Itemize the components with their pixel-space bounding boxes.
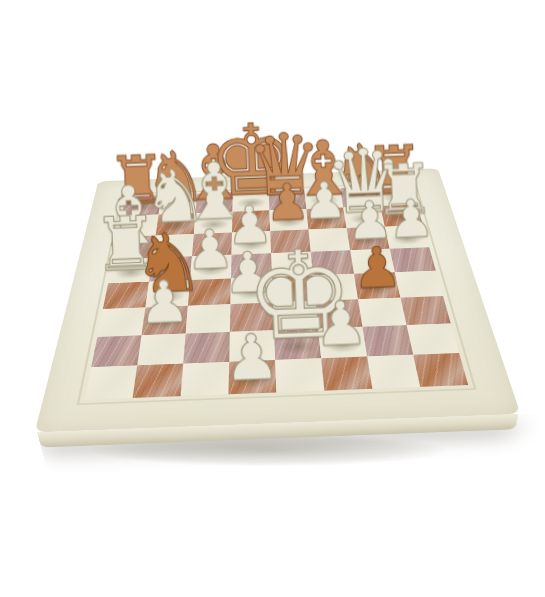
- square-f1: [321, 356, 372, 390]
- square-h3: [401, 296, 451, 325]
- square-d1: ♟: [228, 360, 276, 394]
- square-h1: [413, 353, 468, 387]
- square-b1: [133, 364, 184, 398]
- chess-board: ♜♞♝♚♛♝♞♜♞♝♟♟♛♜♝♟♟♟♜♟♞♟♟♟♚♟♟: [35, 168, 521, 432]
- perspective-scene: ♜♞♝♚♛♝♞♜♞♝♟♟♛♜♝♟♟♟♜♟♞♟♟♟♚♟♟: [0, 0, 545, 597]
- square-g1: [367, 355, 420, 389]
- square-b3: ♟: [141, 306, 187, 335]
- chess-set-photo: ♜♞♝♚♛♝♞♜♞♝♟♟♛♜♝♟♟♟♜♟♞♟♟♟♚♟♟ Overhead-ang…: [0, 0, 545, 597]
- square-f2: ♟: [318, 327, 367, 358]
- square-e1: [275, 358, 324, 392]
- cream-pawn-glyph: ♟: [137, 273, 191, 333]
- square-g2: [362, 325, 413, 356]
- square-h2: [407, 323, 460, 354]
- square-c1: [181, 362, 230, 396]
- square-a2: [91, 335, 141, 367]
- cream-pawn-glyph: ♟: [312, 293, 368, 355]
- cream-pawn-glyph: ♟: [222, 326, 281, 391]
- square-a1: [85, 365, 138, 399]
- board-surface: ♜♞♝♚♛♝♞♜♞♝♟♟♛♜♝♟♟♟♜♟♞♟♟♟♚♟♟: [35, 168, 521, 432]
- square-b2: [137, 334, 185, 366]
- checker-grid: ♜♞♝♚♛♝♞♜♞♝♟♟♛♜♝♟♟♟♜♟♞♟♟♟♚♟♟: [85, 185, 469, 399]
